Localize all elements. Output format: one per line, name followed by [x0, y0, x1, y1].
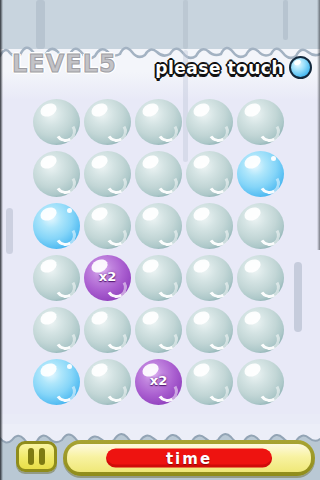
bubble-shine: [38, 153, 59, 171]
bubble-shine: [140, 309, 161, 327]
bubble-shine: [191, 153, 212, 171]
bubble-reflection: [257, 119, 282, 144]
bubble-reflection: [104, 119, 129, 144]
bubble-shine: [242, 257, 263, 275]
level-label: LEVEL5: [12, 50, 117, 78]
bubble-reflection: [257, 223, 282, 248]
pause-button[interactable]: [16, 441, 57, 472]
bubble-blue[interactable]: [237, 151, 284, 197]
bubble-shine: [38, 309, 59, 327]
bubble-gray[interactable]: [84, 307, 131, 353]
bubble-gray[interactable]: [237, 307, 284, 353]
bubble-gray[interactable]: [237, 359, 284, 405]
bubble-reflection: [206, 379, 231, 404]
bubble-gray[interactable]: [84, 203, 131, 249]
bubble-shine: [191, 205, 212, 223]
bubble-reflection: [206, 275, 231, 300]
bubble-reflection: [104, 171, 129, 196]
bubble-reflection: [104, 379, 129, 404]
bubble-shine: [38, 361, 59, 379]
bubble-reflection: [53, 275, 78, 300]
bubble-shine: [242, 101, 263, 119]
bubble-gray[interactable]: [135, 307, 182, 353]
bubble-reflection: [104, 223, 129, 248]
time-label: time: [166, 449, 212, 467]
bubble-reflection: [206, 223, 231, 248]
bubble-gray[interactable]: [186, 203, 233, 249]
bubble-shine: [89, 205, 110, 223]
bubble-purple_x2[interactable]: x2: [135, 359, 182, 405]
bubble-shine: [191, 101, 212, 119]
bubble-reflection: [155, 171, 180, 196]
touch-prompt-label: please touch: [155, 58, 284, 78]
bubble-shine: [242, 153, 263, 171]
bubble-gray[interactable]: [237, 203, 284, 249]
bubble-reflection: [155, 275, 180, 300]
bubble-shine: [89, 309, 110, 327]
bubble-shine: [38, 101, 59, 119]
bubble-shine: [140, 153, 161, 171]
bubble-reflection: [53, 223, 78, 248]
bubble-shine: [140, 257, 161, 275]
bubble-blue[interactable]: [33, 203, 80, 249]
bubble-blue[interactable]: [33, 359, 80, 405]
bubble-gray[interactable]: [33, 255, 80, 301]
bubble-reflection: [53, 327, 78, 352]
bubble-shine: [38, 257, 59, 275]
bubble-reflection: [155, 223, 180, 248]
bubble-gray[interactable]: [135, 151, 182, 197]
bubble-gray[interactable]: [33, 99, 80, 145]
bubble-purple_x2[interactable]: x2: [84, 255, 131, 301]
bubble-shine: [191, 361, 212, 379]
bubble-gray[interactable]: [237, 99, 284, 145]
bubble-reflection: [155, 327, 180, 352]
time-remaining-fill: time: [106, 449, 272, 468]
time-track: time: [67, 444, 311, 472]
bubble-reflection: [155, 119, 180, 144]
bubble-gray[interactable]: [135, 203, 182, 249]
bubble-shine: [242, 361, 263, 379]
pause-icon: [28, 448, 34, 465]
bubble-reflection: [104, 327, 129, 352]
bubble-reflection: [257, 275, 282, 300]
bubble-gray[interactable]: [84, 99, 131, 145]
game-screen: LEVEL5 please touch x2x2 time: [0, 0, 320, 480]
bubble-multiplier-label: x2: [135, 359, 182, 405]
bubble-multiplier-label: x2: [84, 255, 131, 301]
bubble-shine: [191, 257, 212, 275]
bubble-reflection: [257, 171, 282, 196]
bubble-gray[interactable]: [135, 255, 182, 301]
bubble-gray[interactable]: [186, 99, 233, 145]
bubble-gray[interactable]: [84, 359, 131, 405]
bubble-shine: [89, 153, 110, 171]
bubble-gray[interactable]: [33, 151, 80, 197]
background-drip: [294, 262, 302, 332]
bubble-shine: [140, 205, 161, 223]
bubble-reflection: [257, 327, 282, 352]
bubble-gray[interactable]: [186, 359, 233, 405]
bubble-reflection: [206, 119, 231, 144]
bubble-gray[interactable]: [186, 307, 233, 353]
bubble-shine: [89, 361, 110, 379]
bubble-glint: [271, 156, 276, 161]
bubble-shine: [242, 205, 263, 223]
bubble-shine: [242, 309, 263, 327]
bubble-reflection: [53, 379, 78, 404]
blue-bubble-icon: [289, 56, 312, 79]
bubble-shine: [140, 101, 161, 119]
bubble-glint: [67, 208, 72, 213]
bubble-grid: x2x2: [31, 96, 286, 408]
bubble-reflection: [206, 327, 231, 352]
bubble-glint: [67, 364, 72, 369]
pause-icon: [39, 448, 45, 465]
bubble-reflection: [257, 379, 282, 404]
bubble-gray[interactable]: [33, 307, 80, 353]
bubble-reflection: [206, 171, 231, 196]
bubble-gray[interactable]: [186, 151, 233, 197]
bubble-reflection: [53, 119, 78, 144]
background-drip: [6, 208, 13, 254]
bubble-gray[interactable]: [135, 99, 182, 145]
bubble-shine: [89, 101, 110, 119]
bubble-shine: [191, 309, 212, 327]
bubble-gray[interactable]: [237, 255, 284, 301]
time-bar: time: [63, 440, 315, 476]
touch-prompt: please touch: [155, 56, 312, 79]
bubble-gray[interactable]: [84, 151, 131, 197]
bubble-shine: [38, 205, 59, 223]
bubble-reflection: [53, 171, 78, 196]
bubble-gray[interactable]: [186, 255, 233, 301]
